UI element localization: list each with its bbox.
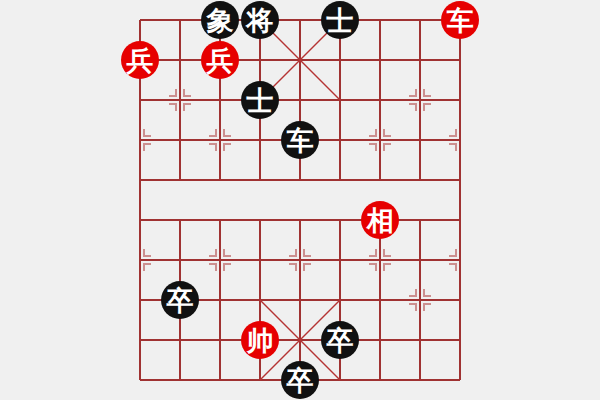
piece-red-pawn[interactable]: 兵 (121, 41, 159, 79)
piece-black-pawn[interactable]: 卒 (161, 281, 199, 319)
piece-black-pawn[interactable]: 卒 (321, 321, 359, 359)
piece-black-advisor[interactable]: 士 (241, 81, 279, 119)
piece-black-general[interactable]: 将 (241, 1, 279, 39)
piece-black-chariot[interactable]: 车 (281, 121, 319, 159)
piece-black-advisor[interactable]: 士 (321, 1, 359, 39)
piece-red-elephant[interactable]: 相 (361, 201, 399, 239)
piece-black-pawn[interactable]: 卒 (281, 361, 319, 399)
piece-black-elephant[interactable]: 象 (201, 1, 239, 39)
piece-red-pawn[interactable]: 兵 (201, 41, 239, 79)
xiangqi-board: 象将士车兵兵士车相卒帅卒卒 (120, 0, 480, 400)
xiangqi-diagram: 象将士车兵兵士车相卒帅卒卒 (0, 0, 600, 400)
piece-red-general[interactable]: 帅 (241, 321, 279, 359)
piece-red-chariot[interactable]: 车 (441, 1, 479, 39)
